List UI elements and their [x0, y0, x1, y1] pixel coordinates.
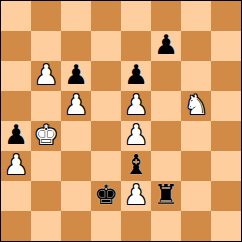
- square-h7[interactable]: [211, 31, 241, 61]
- square-f7[interactable]: ♟: [151, 31, 181, 61]
- black-pawn: ♟: [124, 61, 148, 90]
- square-f2[interactable]: ♜: [151, 181, 181, 211]
- square-h6[interactable]: [211, 61, 241, 91]
- white-pawn: ♟: [124, 121, 148, 150]
- square-g4[interactable]: [181, 121, 211, 151]
- square-e3[interactable]: ♝: [121, 151, 151, 181]
- square-h3[interactable]: [211, 151, 241, 181]
- square-g3[interactable]: [181, 151, 211, 181]
- square-a8[interactable]: [1, 1, 31, 31]
- black-pawn: ♟: [154, 31, 178, 60]
- square-c2[interactable]: [61, 181, 91, 211]
- square-b1[interactable]: [31, 211, 61, 241]
- square-e4[interactable]: ♟: [121, 121, 151, 151]
- square-g8[interactable]: [181, 1, 211, 31]
- square-f4[interactable]: [151, 121, 181, 151]
- square-c8[interactable]: [61, 1, 91, 31]
- square-e8[interactable]: [121, 1, 151, 31]
- white-king: ♚: [34, 121, 58, 150]
- square-f5[interactable]: [151, 91, 181, 121]
- square-c7[interactable]: [61, 31, 91, 61]
- square-a5[interactable]: [1, 91, 31, 121]
- square-h2[interactable]: [211, 181, 241, 211]
- square-e2[interactable]: ♟: [121, 181, 151, 211]
- square-b8[interactable]: [31, 1, 61, 31]
- white-pawn: ♟: [64, 91, 88, 120]
- square-g7[interactable]: [181, 31, 211, 61]
- square-b4[interactable]: ♚: [31, 121, 61, 151]
- square-a1[interactable]: [1, 211, 31, 241]
- square-c4[interactable]: [61, 121, 91, 151]
- square-a2[interactable]: [1, 181, 31, 211]
- square-f8[interactable]: [151, 1, 181, 31]
- square-d6[interactable]: [91, 61, 121, 91]
- black-king: ♚: [94, 181, 118, 210]
- square-h1[interactable]: [211, 211, 241, 241]
- square-e5[interactable]: ♟: [121, 91, 151, 121]
- square-a3[interactable]: ♟: [1, 151, 31, 181]
- square-c1[interactable]: [61, 211, 91, 241]
- square-d1[interactable]: [91, 211, 121, 241]
- square-c5[interactable]: ♟: [61, 91, 91, 121]
- square-b5[interactable]: [31, 91, 61, 121]
- square-d4[interactable]: [91, 121, 121, 151]
- square-d7[interactable]: [91, 31, 121, 61]
- square-f6[interactable]: [151, 61, 181, 91]
- square-a4[interactable]: ♟: [1, 121, 31, 151]
- square-h4[interactable]: [211, 121, 241, 151]
- white-pawn: ♟: [4, 151, 28, 180]
- square-b7[interactable]: [31, 31, 61, 61]
- chess-board: ♟♟♟♟♟♟♞♟♚♟♟♝♚♟♜: [1, 1, 241, 241]
- white-knight: ♞: [184, 91, 208, 120]
- square-g2[interactable]: [181, 181, 211, 211]
- square-c3[interactable]: [61, 151, 91, 181]
- square-d3[interactable]: [91, 151, 121, 181]
- square-b2[interactable]: [31, 181, 61, 211]
- square-g5[interactable]: ♞: [181, 91, 211, 121]
- square-b3[interactable]: [31, 151, 61, 181]
- square-e6[interactable]: ♟: [121, 61, 151, 91]
- square-d2[interactable]: ♚: [91, 181, 121, 211]
- black-pawn: ♟: [64, 61, 88, 90]
- square-d5[interactable]: [91, 91, 121, 121]
- square-h8[interactable]: [211, 1, 241, 31]
- chess-board-frame: ♟♟♟♟♟♟♞♟♚♟♟♝♚♟♜: [0, 0, 242, 242]
- black-rook: ♜: [154, 181, 178, 210]
- black-pawn: ♟: [4, 121, 28, 150]
- square-b6[interactable]: ♟: [31, 61, 61, 91]
- square-f3[interactable]: [151, 151, 181, 181]
- black-bishop: ♝: [124, 151, 148, 180]
- white-pawn: ♟: [34, 61, 58, 90]
- square-h5[interactable]: [211, 91, 241, 121]
- square-e1[interactable]: [121, 211, 151, 241]
- square-g6[interactable]: [181, 61, 211, 91]
- white-pawn: ♟: [124, 181, 148, 210]
- square-f1[interactable]: [151, 211, 181, 241]
- square-e7[interactable]: [121, 31, 151, 61]
- square-a6[interactable]: [1, 61, 31, 91]
- square-g1[interactable]: [181, 211, 211, 241]
- white-pawn: ♟: [124, 91, 148, 120]
- square-a7[interactable]: [1, 31, 31, 61]
- square-d8[interactable]: [91, 1, 121, 31]
- square-c6[interactable]: ♟: [61, 61, 91, 91]
